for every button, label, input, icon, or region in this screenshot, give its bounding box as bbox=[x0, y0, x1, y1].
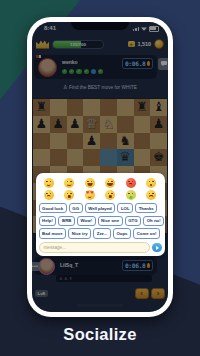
grin-emoji[interactable] bbox=[85, 178, 95, 188]
phrase-thanks[interactable]: Thanks bbox=[135, 203, 157, 213]
emoji-grid: ♥♥ bbox=[39, 177, 162, 201]
phrase-gtg[interactable]: GTG bbox=[125, 216, 142, 226]
astonished-emoji[interactable] bbox=[64, 190, 74, 200]
phrase-wow[interactable]: Wow! bbox=[77, 216, 96, 226]
phrase-come-on[interactable]: Come on! bbox=[133, 228, 160, 238]
phrase-help[interactable]: Help! bbox=[39, 216, 57, 226]
heart-eyes-emoji[interactable]: ♥♥ bbox=[85, 190, 95, 200]
phrase-nice-one[interactable]: Nice one bbox=[98, 216, 123, 226]
sick-emoji[interactable] bbox=[126, 190, 136, 200]
disappointed-emoji[interactable] bbox=[146, 190, 156, 200]
quick-phrases: Good luckGGWell playedLOLThanksHelp!BRBW… bbox=[39, 203, 162, 239]
cry-emoji[interactable] bbox=[44, 190, 54, 200]
phrase-well-played[interactable]: Well played bbox=[85, 203, 116, 213]
send-icon bbox=[156, 246, 159, 250]
slight-smile-emoji[interactable] bbox=[44, 178, 54, 188]
phrase-oops[interactable]: Oops bbox=[113, 228, 131, 238]
phrase-nice-try[interactable]: Nice try bbox=[68, 228, 91, 238]
joy-emoji[interactable] bbox=[105, 178, 115, 188]
message-placeholder: message... bbox=[44, 245, 66, 250]
caption-socialize: Socialize bbox=[0, 325, 200, 344]
phrase-gg[interactable]: GG bbox=[69, 203, 83, 213]
phrase-good-luck[interactable]: Good luck bbox=[39, 203, 67, 213]
phrase-zzz[interactable]: Zzz... bbox=[93, 228, 111, 238]
send-button[interactable] bbox=[152, 243, 162, 253]
phrase-brb[interactable]: BRB bbox=[58, 216, 75, 226]
smile-emoji[interactable] bbox=[64, 178, 74, 188]
dim-overlay bbox=[32, 22, 168, 312]
marketing-screenshot: 8:41 125/700 + 1,510 bbox=[0, 0, 200, 356]
message-input[interactable]: message... bbox=[39, 242, 150, 253]
chat-panel: ♥♥ Good luckGGWell playedLOLThanksHelp!B… bbox=[36, 173, 165, 256]
phrase-lol[interactable]: LOL bbox=[117, 203, 133, 213]
phone-frame: 8:41 125/700 + 1,510 bbox=[27, 17, 173, 317]
angry-emoji[interactable] bbox=[126, 178, 136, 188]
flushed-emoji[interactable] bbox=[105, 190, 115, 200]
kiss-emoji[interactable] bbox=[146, 178, 156, 188]
app-screen: 8:41 125/700 + 1,510 bbox=[32, 22, 168, 312]
phrase-bad-move[interactable]: Bad move bbox=[39, 228, 67, 238]
phrase-oh-no[interactable]: Oh no! bbox=[143, 216, 164, 226]
